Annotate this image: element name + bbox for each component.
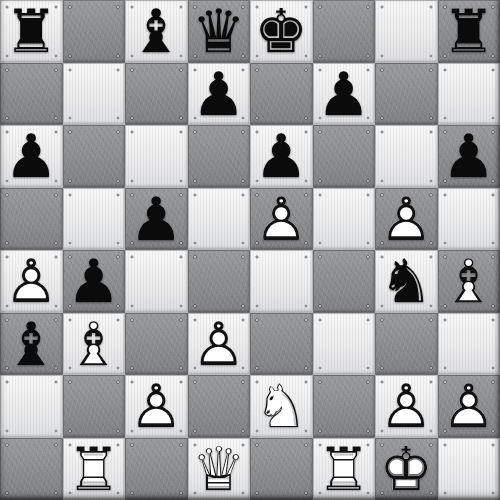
black-pawn-icon[interactable]: ♟	[438, 125, 500, 188]
square-h8[interactable]: ♜	[438, 0, 500, 63]
black-piece-body: ♟	[0, 125, 63, 188]
square-c3[interactable]	[125, 313, 188, 376]
square-g8[interactable]	[375, 0, 438, 63]
square-g2[interactable]: ♟♙	[375, 375, 438, 438]
square-h2[interactable]: ♟♙	[438, 375, 500, 438]
white-queen-icon[interactable]: ♛♕	[188, 438, 251, 500]
black-piece-body: ♟	[313, 63, 376, 126]
white-piece-outline: ♘	[250, 375, 313, 438]
black-piece-body: ♚	[250, 0, 313, 63]
white-piece-outline: ♙	[188, 313, 251, 376]
square-a5[interactable]	[0, 188, 63, 251]
white-bishop-icon[interactable]: ♝♗	[63, 313, 126, 376]
black-pawn-icon[interactable]: ♟	[63, 250, 126, 313]
square-f8[interactable]	[313, 0, 376, 63]
black-king-icon[interactable]: ♚	[250, 0, 313, 63]
square-b8[interactable]	[63, 0, 126, 63]
white-piece-outline: ♕	[188, 438, 251, 500]
square-b2[interactable]	[63, 375, 126, 438]
white-piece-outline: ♙	[250, 188, 313, 251]
white-pawn-icon[interactable]: ♟♙	[438, 375, 500, 438]
square-e5[interactable]: ♟♙	[250, 188, 313, 251]
square-d7[interactable]: ♟	[188, 63, 251, 126]
square-f3[interactable]	[313, 313, 376, 376]
square-d3[interactable]: ♟♙	[188, 313, 251, 376]
square-b1[interactable]: ♜♖	[63, 438, 126, 500]
square-d8[interactable]: ♛	[188, 0, 251, 63]
black-rook-icon[interactable]: ♜	[0, 0, 63, 63]
white-piece-outline: ♗	[438, 250, 500, 313]
black-rook-icon[interactable]: ♜	[438, 0, 500, 63]
white-rook-icon[interactable]: ♜♖	[63, 438, 126, 500]
black-piece-body: ♞	[375, 250, 438, 313]
black-piece-body: ♟	[125, 188, 188, 251]
square-e4[interactable]	[250, 250, 313, 313]
square-g6[interactable]	[375, 125, 438, 188]
black-piece-body: ♜	[0, 0, 63, 63]
white-pawn-icon[interactable]: ♟♙	[250, 188, 313, 251]
black-knight-icon[interactable]: ♞	[375, 250, 438, 313]
square-d6[interactable]	[188, 125, 251, 188]
square-e1[interactable]	[250, 438, 313, 500]
white-rook-icon[interactable]: ♜♖	[313, 438, 376, 500]
square-c6[interactable]	[125, 125, 188, 188]
white-knight-icon[interactable]: ♞♘	[250, 375, 313, 438]
white-piece-outline: ♖	[313, 438, 376, 500]
square-g5[interactable]: ♟♙	[375, 188, 438, 251]
square-c7[interactable]	[125, 63, 188, 126]
white-bishop-icon[interactable]: ♝♗	[438, 250, 500, 313]
chess-board: ♜♝♛♚♜♟♟♟♟♟♟♟♙♟♙♟♙♟♞♝♗♝♝♗♟♙♟♙♞♘♟♙♟♙♜♖♛♕♜♖…	[0, 0, 500, 500]
square-d4[interactable]	[188, 250, 251, 313]
square-a4[interactable]: ♟♙	[0, 250, 63, 313]
white-piece-outline: ♗	[63, 313, 126, 376]
square-c8[interactable]: ♝	[125, 0, 188, 63]
square-d2[interactable]	[188, 375, 251, 438]
square-b6[interactable]	[63, 125, 126, 188]
white-piece-outline: ♙	[375, 188, 438, 251]
black-piece-body: ♟	[438, 125, 500, 188]
square-f2[interactable]	[313, 375, 376, 438]
black-piece-body: ♝	[0, 313, 63, 376]
square-b5[interactable]	[63, 188, 126, 251]
black-piece-body: ♟	[63, 250, 126, 313]
square-c1[interactable]	[125, 438, 188, 500]
black-piece-body: ♝	[125, 0, 188, 63]
black-pawn-icon[interactable]: ♟	[0, 125, 63, 188]
black-pawn-icon[interactable]: ♟	[250, 125, 313, 188]
square-e6[interactable]: ♟	[250, 125, 313, 188]
square-a8[interactable]: ♜	[0, 0, 63, 63]
square-a7[interactable]	[0, 63, 63, 126]
white-pawn-icon[interactable]: ♟♙	[188, 313, 251, 376]
square-e8[interactable]: ♚	[250, 0, 313, 63]
white-pawn-icon[interactable]: ♟♙	[375, 375, 438, 438]
square-g4[interactable]: ♞	[375, 250, 438, 313]
square-e2[interactable]: ♞♘	[250, 375, 313, 438]
square-h3[interactable]	[438, 313, 500, 376]
square-c2[interactable]: ♟♙	[125, 375, 188, 438]
white-pawn-icon[interactable]: ♟♙	[0, 250, 63, 313]
square-h1[interactable]	[438, 438, 500, 500]
square-f6[interactable]	[313, 125, 376, 188]
white-piece-outline: ♙	[0, 250, 63, 313]
white-piece-outline: ♔	[375, 438, 438, 500]
black-piece-body: ♟	[188, 63, 251, 126]
square-e7[interactable]	[250, 63, 313, 126]
square-g3[interactable]	[375, 313, 438, 376]
white-piece-outline: ♖	[63, 438, 126, 500]
black-queen-icon[interactable]: ♛	[188, 0, 251, 63]
square-f7[interactable]: ♟	[313, 63, 376, 126]
square-g7[interactable]	[375, 63, 438, 126]
square-a2[interactable]	[0, 375, 63, 438]
square-a1[interactable]	[0, 438, 63, 500]
square-d5[interactable]	[188, 188, 251, 251]
square-f1[interactable]: ♜♖	[313, 438, 376, 500]
black-bishop-icon[interactable]: ♝	[125, 0, 188, 63]
square-h6[interactable]: ♟	[438, 125, 500, 188]
square-f4[interactable]	[313, 250, 376, 313]
square-h5[interactable]	[438, 188, 500, 251]
black-piece-body: ♟	[250, 125, 313, 188]
square-a6[interactable]: ♟	[0, 125, 63, 188]
square-f5[interactable]	[313, 188, 376, 251]
square-g1[interactable]: ♚♔	[375, 438, 438, 500]
square-c4[interactable]	[125, 250, 188, 313]
black-pawn-icon[interactable]: ♟	[125, 188, 188, 251]
black-bishop-icon[interactable]: ♝	[0, 313, 63, 376]
white-pawn-icon[interactable]: ♟♙	[375, 188, 438, 251]
board-grid: ♜♝♛♚♜♟♟♟♟♟♟♟♙♟♙♟♙♟♞♝♗♝♝♗♟♙♟♙♞♘♟♙♟♙♜♖♛♕♜♖…	[0, 0, 500, 500]
white-piece-outline: ♙	[438, 375, 500, 438]
square-e3[interactable]	[250, 313, 313, 376]
square-b4[interactable]: ♟	[63, 250, 126, 313]
black-pawn-icon[interactable]: ♟	[313, 63, 376, 126]
square-a3[interactable]: ♝	[0, 313, 63, 376]
square-d1[interactable]: ♛♕	[188, 438, 251, 500]
white-piece-outline: ♙	[125, 375, 188, 438]
white-pawn-icon[interactable]: ♟♙	[125, 375, 188, 438]
black-piece-body: ♜	[438, 0, 500, 63]
black-piece-body: ♛	[188, 0, 251, 63]
square-h4[interactable]: ♝♗	[438, 250, 500, 313]
black-pawn-icon[interactable]: ♟	[188, 63, 251, 126]
square-b3[interactable]: ♝♗	[63, 313, 126, 376]
white-piece-outline: ♙	[375, 375, 438, 438]
square-c5[interactable]: ♟	[125, 188, 188, 251]
square-h7[interactable]	[438, 63, 500, 126]
square-b7[interactable]	[63, 63, 126, 126]
white-king-icon[interactable]: ♚♔	[375, 438, 438, 500]
